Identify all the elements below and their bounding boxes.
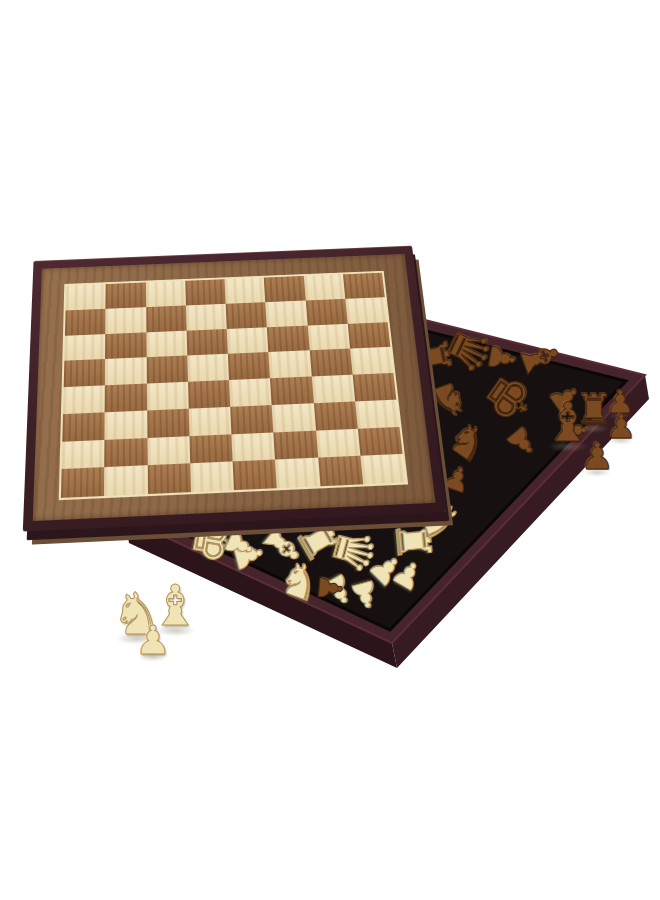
light-pawn-piece: ♟: [135, 620, 171, 660]
square-g5: [309, 349, 352, 377]
square-a5: [64, 359, 106, 387]
square-a3: [62, 412, 105, 441]
square-b2: [104, 438, 147, 468]
square-g8: [303, 274, 345, 300]
square-h7: [345, 297, 388, 323]
square-e6: [227, 327, 269, 354]
square-g4: [311, 375, 355, 403]
square-f4: [270, 376, 313, 404]
square-e5: [228, 352, 270, 380]
square-c2: [147, 436, 190, 466]
square-e3: [230, 405, 273, 434]
board-walnut-border: [33, 254, 436, 521]
square-f8: [264, 276, 305, 302]
square-c8: [145, 281, 185, 307]
square-d8: [185, 279, 226, 305]
square-h3: [355, 399, 400, 428]
board-lid: [23, 246, 446, 532]
product-photo-chess-set: ♛♜♟♝♞♚♟♞♟♟♟♚♟♝♜♛♟♞♟♜♟♟♞♟♟♝♜♟♟♟♞♝♟: [0, 0, 660, 900]
square-g2: [316, 428, 361, 458]
square-d5: [187, 354, 229, 382]
square-c3: [147, 408, 190, 437]
square-c4: [146, 382, 188, 410]
square-b8: [106, 282, 146, 308]
square-b4: [105, 384, 147, 413]
square-h6: [347, 322, 390, 349]
square-e4: [229, 378, 272, 406]
square-a1: [61, 467, 105, 498]
square-g3: [313, 401, 357, 430]
square-f2: [273, 430, 317, 460]
square-d1: [190, 462, 234, 492]
square-f7: [265, 300, 307, 327]
square-h5: [350, 347, 393, 375]
square-c7: [146, 305, 187, 332]
square-e7: [226, 302, 267, 329]
square-c1: [147, 464, 190, 494]
square-a8: [66, 284, 106, 310]
square-b7: [105, 307, 145, 334]
square-a2: [62, 439, 105, 469]
square-g7: [305, 299, 347, 326]
square-e1: [233, 460, 277, 490]
square-d2: [189, 434, 232, 464]
square-d4: [188, 380, 230, 408]
square-f6: [267, 325, 309, 352]
square-h8: [343, 273, 385, 299]
square-a7: [65, 309, 106, 336]
square-f1: [275, 458, 320, 488]
square-c5: [146, 356, 188, 384]
square-h2: [358, 426, 403, 456]
square-b6: [105, 332, 146, 359]
square-e8: [225, 278, 266, 304]
square-h4: [352, 373, 396, 401]
square-g6: [307, 323, 350, 350]
square-b5: [105, 357, 146, 385]
square-a4: [63, 385, 105, 414]
dark-pawn-piece: ♟: [313, 572, 347, 603]
square-b3: [105, 410, 147, 439]
square-d3: [188, 407, 231, 436]
square-h1: [360, 454, 406, 484]
square-c6: [146, 330, 187, 357]
dark-pawn-piece: ♟: [580, 438, 613, 475]
square-e2: [231, 432, 275, 462]
square-a6: [64, 334, 105, 361]
square-g1: [318, 456, 363, 486]
square-f5: [269, 351, 312, 379]
square-b1: [104, 465, 147, 496]
square-d6: [186, 329, 227, 356]
square-d7: [186, 304, 227, 331]
square-f3: [272, 403, 316, 432]
board-grid: [59, 271, 408, 500]
